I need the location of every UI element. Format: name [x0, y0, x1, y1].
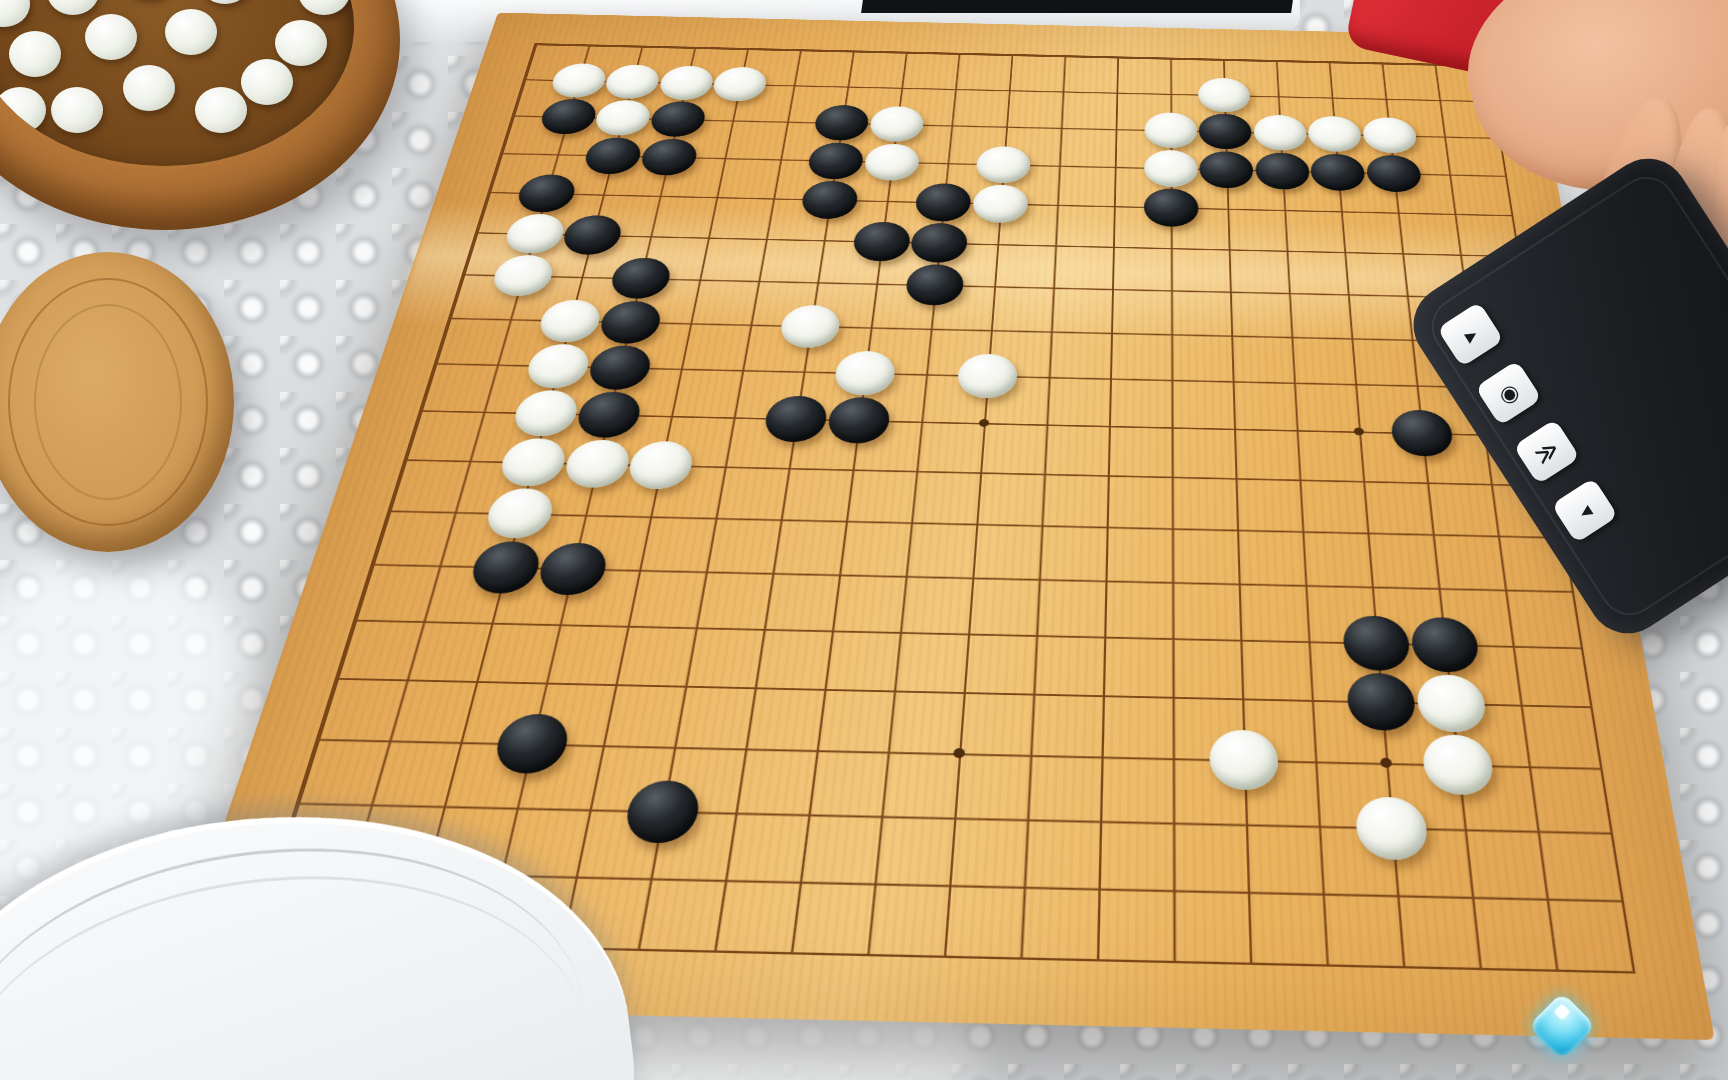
white-stone [1253, 115, 1307, 151]
black-stone [1199, 114, 1253, 150]
black-stone [763, 395, 830, 442]
black-stone [1255, 152, 1311, 190]
dark-object-edge [861, 0, 1293, 13]
star-point [953, 748, 965, 758]
white-stone [1421, 734, 1496, 795]
white-stone [523, 343, 593, 388]
white-stone [510, 390, 582, 437]
white-stone [656, 66, 716, 101]
bowl-white-stone [298, 0, 350, 15]
black-stone [1310, 153, 1366, 191]
bowl-white-stone [0, 87, 46, 133]
white-stone [496, 438, 570, 487]
bowl-white-stone [123, 65, 175, 111]
white-stone [710, 67, 769, 102]
white-stone [592, 100, 654, 136]
black-stone [607, 257, 673, 299]
bowl-white-stone [47, 0, 99, 15]
white-stone [1209, 730, 1279, 791]
bowl-white-stone [51, 87, 103, 133]
bowl-white-stone [9, 31, 61, 77]
white-stone [561, 439, 633, 488]
black-stone [490, 714, 572, 775]
white-stone [832, 350, 896, 395]
white-stone [602, 64, 662, 99]
white-stone [956, 353, 1018, 398]
board-grid [252, 43, 1636, 974]
white-stone [1144, 112, 1197, 148]
black-stone [622, 779, 703, 843]
bowl-white-stone [275, 20, 327, 66]
black-stone [585, 345, 654, 390]
black-stone [826, 397, 892, 444]
white-stone [482, 488, 557, 539]
black-stone [513, 174, 578, 213]
black-stone [1390, 409, 1455, 456]
white-stone [778, 304, 842, 348]
black-stone [1346, 673, 1417, 732]
white-stone [501, 214, 568, 254]
white-stone [863, 143, 921, 181]
black-stone [467, 541, 544, 594]
lid-ring [34, 304, 182, 500]
black-stone [1199, 151, 1254, 189]
bowl-white-stone [195, 87, 247, 133]
black-stone [573, 391, 644, 438]
black-stone [905, 264, 966, 306]
fan-seam [0, 842, 609, 1080]
black-stone [1409, 617, 1480, 673]
star-point [979, 419, 990, 427]
black-stone [1365, 154, 1422, 192]
white-stone [1144, 149, 1198, 187]
bowl-white-stones [0, 0, 354, 166]
white-stone [625, 441, 696, 490]
black-stone [910, 223, 969, 263]
black-stone [638, 138, 700, 176]
black-stone [800, 180, 860, 219]
star-point [1380, 758, 1392, 768]
white-stone [536, 299, 605, 343]
white-stone [488, 255, 556, 297]
bowl-white-stone [165, 9, 217, 55]
white-stone [1355, 796, 1430, 860]
black-stone [596, 300, 664, 344]
black-stone [851, 221, 911, 261]
white-stone [548, 63, 609, 98]
star-point [1354, 428, 1365, 436]
white-stone [972, 184, 1029, 223]
white-stone [868, 106, 925, 142]
bowl-white-stone [0, 0, 30, 27]
bowl-white-stone [199, 0, 251, 4]
black-stone [537, 99, 600, 135]
black-stone [806, 142, 865, 180]
bowl-white-stone [85, 14, 137, 60]
white-stone [1415, 674, 1488, 733]
bowl-white-stone [241, 59, 293, 105]
black-stone [534, 542, 610, 595]
black-stone [647, 101, 708, 137]
white-stone [975, 146, 1031, 184]
white-stone [1198, 78, 1251, 113]
black-stone [559, 215, 625, 255]
white-stone [1362, 117, 1418, 154]
black-stone [1143, 188, 1198, 227]
black-stone [1342, 615, 1412, 671]
video-frame: ▸◉≫◂ [0, 0, 1728, 1080]
black-stone [914, 183, 972, 222]
black-stone [582, 137, 645, 175]
white-stone [1307, 116, 1362, 152]
black-stone [813, 105, 871, 141]
